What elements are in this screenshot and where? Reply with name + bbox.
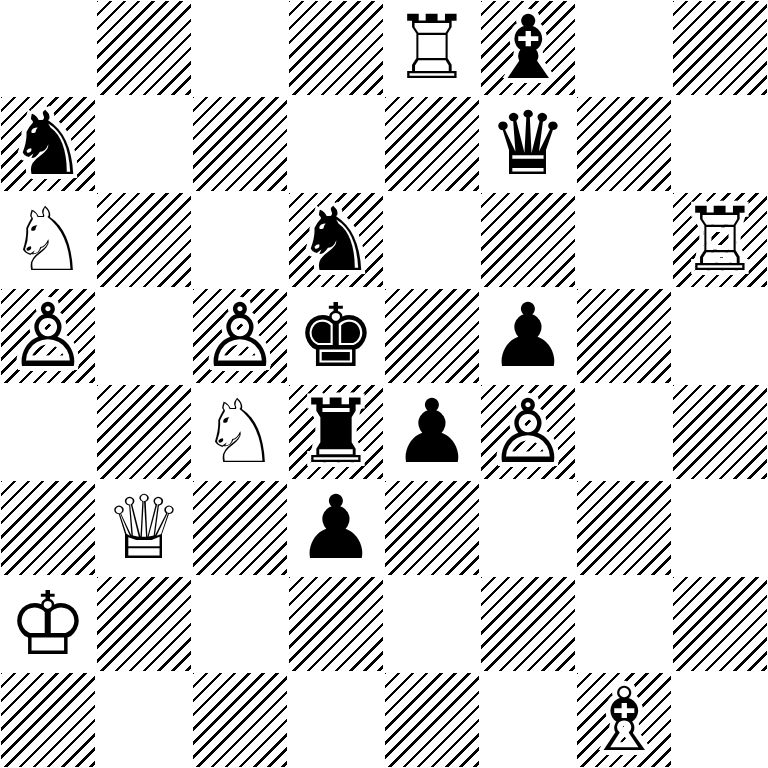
piece-black-queen[interactable]: ♛ <box>489 96 568 192</box>
square-b3[interactable]: ♕ <box>96 480 192 576</box>
square-g5[interactable] <box>576 288 672 384</box>
square-g7[interactable] <box>576 96 672 192</box>
square-a4[interactable] <box>0 384 96 480</box>
square-d2[interactable] <box>288 576 384 672</box>
square-h7[interactable] <box>672 96 768 192</box>
piece-black-knight[interactable]: ♞ <box>9 96 88 192</box>
square-f4[interactable]: ♙ <box>480 384 576 480</box>
square-h1[interactable] <box>672 672 768 768</box>
square-d6[interactable]: ♞ <box>288 192 384 288</box>
square-a3[interactable] <box>0 480 96 576</box>
square-f7[interactable]: ♛ <box>480 96 576 192</box>
square-f2[interactable] <box>480 576 576 672</box>
square-a5[interactable]: ♙ <box>0 288 96 384</box>
piece-white-queen[interactable]: ♕ <box>105 480 184 576</box>
square-c6[interactable] <box>192 192 288 288</box>
square-e1[interactable] <box>384 672 480 768</box>
piece-black-bishop[interactable]: ♝ <box>489 0 568 96</box>
square-h5[interactable] <box>672 288 768 384</box>
square-c4[interactable]: ♘ <box>192 384 288 480</box>
square-e6[interactable] <box>384 192 480 288</box>
square-a2[interactable]: ♔ <box>0 576 96 672</box>
square-d1[interactable] <box>288 672 384 768</box>
piece-black-pawn[interactable]: ♟ <box>297 480 376 576</box>
square-a6[interactable]: ♘ <box>0 192 96 288</box>
square-b5[interactable] <box>96 288 192 384</box>
square-d7[interactable] <box>288 96 384 192</box>
square-b4[interactable] <box>96 384 192 480</box>
square-g8[interactable] <box>576 0 672 96</box>
square-d5[interactable]: ♚ <box>288 288 384 384</box>
square-e2[interactable] <box>384 576 480 672</box>
piece-black-knight[interactable]: ♞ <box>297 192 376 288</box>
piece-white-rook[interactable]: ♖ <box>681 192 760 288</box>
square-e3[interactable] <box>384 480 480 576</box>
square-c5[interactable]: ♙ <box>192 288 288 384</box>
square-f3[interactable] <box>480 480 576 576</box>
piece-black-pawn[interactable]: ♟ <box>393 384 472 480</box>
piece-white-rook[interactable]: ♖ <box>393 0 472 96</box>
piece-white-knight[interactable]: ♘ <box>201 384 280 480</box>
square-g3[interactable] <box>576 480 672 576</box>
square-f1[interactable] <box>480 672 576 768</box>
square-a8[interactable] <box>0 0 96 96</box>
square-f8[interactable]: ♝ <box>480 0 576 96</box>
square-b7[interactable] <box>96 96 192 192</box>
square-h3[interactable] <box>672 480 768 576</box>
square-e8[interactable]: ♖ <box>384 0 480 96</box>
piece-white-pawn[interactable]: ♙ <box>201 288 280 384</box>
piece-white-bishop[interactable]: ♗ <box>585 672 664 768</box>
square-d3[interactable]: ♟ <box>288 480 384 576</box>
chess-board: ♖♝♞♛♘♞♖♙♙♚♟♘♜♟♙♕♟♔♗ <box>0 0 768 768</box>
piece-black-king[interactable]: ♚ <box>297 288 376 384</box>
square-e4[interactable]: ♟ <box>384 384 480 480</box>
square-f5[interactable]: ♟ <box>480 288 576 384</box>
piece-black-pawn[interactable]: ♟ <box>489 288 568 384</box>
square-h6[interactable]: ♖ <box>672 192 768 288</box>
square-e5[interactable] <box>384 288 480 384</box>
square-d8[interactable] <box>288 0 384 96</box>
square-b2[interactable] <box>96 576 192 672</box>
square-h4[interactable] <box>672 384 768 480</box>
square-c7[interactable] <box>192 96 288 192</box>
square-g4[interactable] <box>576 384 672 480</box>
piece-white-king[interactable]: ♔ <box>9 576 88 672</box>
piece-black-rook[interactable]: ♜ <box>297 384 376 480</box>
square-g6[interactable] <box>576 192 672 288</box>
piece-white-pawn[interactable]: ♙ <box>489 384 568 480</box>
square-h2[interactable] <box>672 576 768 672</box>
square-e7[interactable] <box>384 96 480 192</box>
square-a1[interactable] <box>0 672 96 768</box>
square-b1[interactable] <box>96 672 192 768</box>
square-g1[interactable]: ♗ <box>576 672 672 768</box>
square-h8[interactable] <box>672 0 768 96</box>
square-c3[interactable] <box>192 480 288 576</box>
square-b8[interactable] <box>96 0 192 96</box>
square-c2[interactable] <box>192 576 288 672</box>
piece-white-knight[interactable]: ♘ <box>9 192 88 288</box>
square-f6[interactable] <box>480 192 576 288</box>
square-c8[interactable] <box>192 0 288 96</box>
square-a7[interactable]: ♞ <box>0 96 96 192</box>
square-b6[interactable] <box>96 192 192 288</box>
square-g2[interactable] <box>576 576 672 672</box>
square-d4[interactable]: ♜ <box>288 384 384 480</box>
square-c1[interactable] <box>192 672 288 768</box>
piece-white-pawn[interactable]: ♙ <box>9 288 88 384</box>
